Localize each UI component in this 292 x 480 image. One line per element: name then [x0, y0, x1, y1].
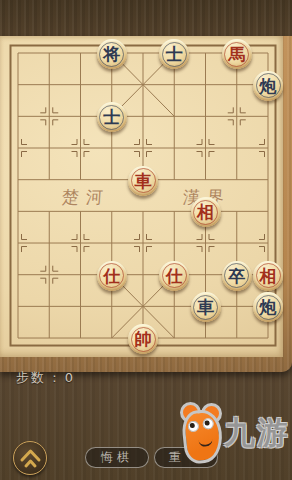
move-counter: 步数 : 0 [16, 369, 75, 387]
mascot-mouth-icon [198, 436, 213, 447]
piece-red-chariot[interactable]: 車 [128, 166, 158, 196]
piece-red-general[interactable]: 帥 [128, 324, 158, 354]
undo-move-button[interactable]: 悔棋 [85, 447, 149, 468]
chevron-up-icon [18, 447, 43, 471]
piece-red-elephant[interactable]: 相 [253, 261, 283, 291]
move-counter-value: 0 [65, 370, 75, 385]
board-slab [0, 36, 292, 372]
piece-red-advisor[interactable]: 仕 [159, 261, 189, 291]
piece-black-cannon[interactable]: 炮 [253, 71, 283, 101]
piece-black-general[interactable]: 将 [97, 39, 127, 69]
mascot-eye-icon [187, 420, 199, 432]
watermark-text: 九游 [224, 412, 290, 454]
expand-button[interactable] [13, 441, 47, 475]
move-counter-label: 步数 : [16, 370, 59, 385]
watermark: 九游 [178, 402, 292, 474]
mascot-eye-icon [202, 418, 214, 430]
piece-black-soldier[interactable]: 卒 [222, 261, 252, 291]
top-wood-bar [0, 0, 292, 36]
river-label-left: 楚河 [61, 186, 111, 209]
piece-red-elephant[interactable]: 相 [191, 197, 221, 227]
board-face [0, 36, 283, 357]
piece-black-chariot[interactable]: 車 [191, 292, 221, 322]
piece-red-horse[interactable]: 馬 [222, 39, 252, 69]
piece-red-advisor[interactable]: 仕 [97, 261, 127, 291]
piece-black-advisor[interactable]: 士 [97, 102, 127, 132]
